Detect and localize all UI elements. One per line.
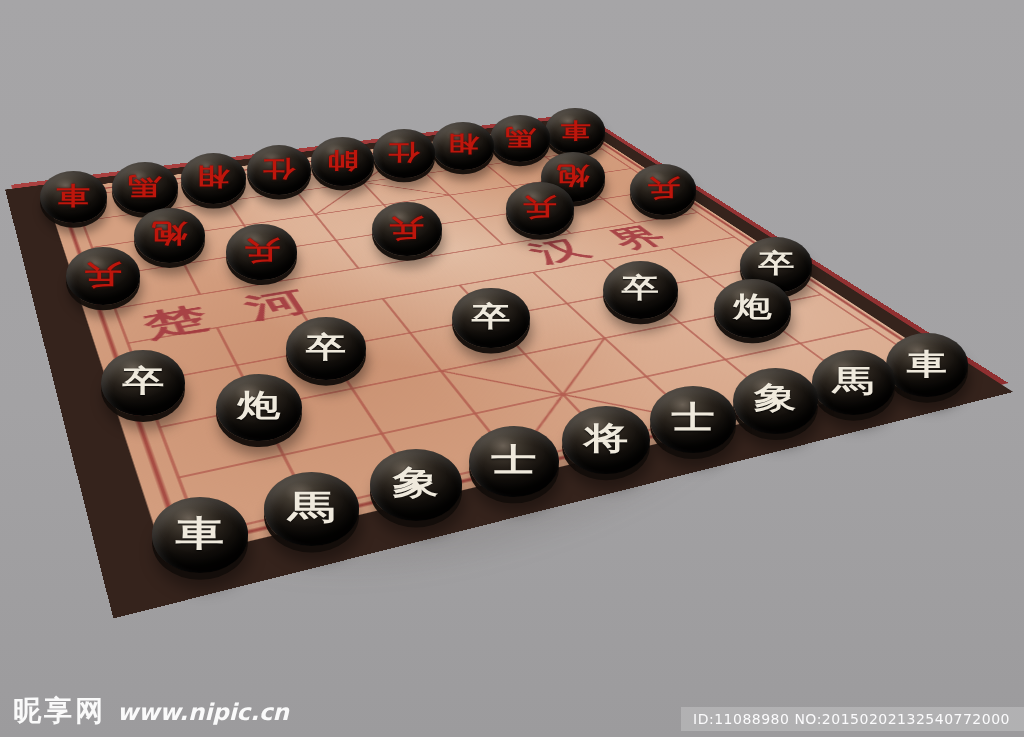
piece-red-cannon: 炮 <box>134 208 205 263</box>
piece-character: 卒 <box>758 250 794 276</box>
piece-red-soldier: 兵 <box>372 202 442 256</box>
piece-red-advisor: 仕 <box>373 129 435 178</box>
piece-character: 車 <box>907 349 948 378</box>
piece-character: 兵 <box>523 195 557 219</box>
piece-character: 士 <box>672 402 715 433</box>
pieces-layer: 車馬相仕帥仕相馬車炮炮兵兵兵兵兵卒卒卒卒卒炮炮車馬象士将士象馬車 <box>0 0 1024 737</box>
piece-red-elephant: 相 <box>181 153 246 204</box>
piece-character: 炮 <box>237 390 280 421</box>
piece-character: 車 <box>56 184 90 208</box>
scene-background: 楚河 汉界 車馬相仕帥仕相馬車炮炮兵兵兵兵兵卒卒卒卒卒炮炮車馬象士将士象馬車 昵… <box>0 0 1024 737</box>
piece-black-soldier: 卒 <box>603 261 678 319</box>
piece-black-chariot: 車 <box>886 333 967 396</box>
piece-character: 帥 <box>327 149 359 172</box>
piece-character: 炮 <box>152 222 187 247</box>
watermark-site-name: 昵享网 <box>13 692 106 730</box>
piece-character: 卒 <box>621 275 658 302</box>
piece-character: 相 <box>448 133 479 155</box>
piece-character: 兵 <box>244 237 280 263</box>
piece-black-elephant: 象 <box>733 368 818 434</box>
piece-character: 卒 <box>306 333 346 362</box>
piece-character: 馬 <box>128 174 161 198</box>
watermark-site-url: www.nipic.cn <box>117 699 289 725</box>
piece-red-soldier: 兵 <box>630 164 695 215</box>
piece-character: 将 <box>584 422 628 454</box>
piece-character: 炮 <box>557 164 589 187</box>
piece-black-cannon: 炮 <box>714 279 790 339</box>
piece-black-advisor: 士 <box>650 386 736 453</box>
piece-character: 士 <box>491 444 536 477</box>
piece-black-horse: 馬 <box>812 350 895 415</box>
piece-red-soldier: 兵 <box>66 247 140 305</box>
watermark-site: 昵享网 www.nipic.cn <box>13 692 289 730</box>
piece-character: 馬 <box>288 490 335 524</box>
piece-black-advisor: 士 <box>469 426 559 496</box>
piece-black-soldier: 卒 <box>452 288 530 349</box>
piece-character: 車 <box>176 516 224 551</box>
piece-black-soldier: 卒 <box>286 317 367 380</box>
piece-red-horse: 馬 <box>112 162 178 214</box>
watermark-id-badge: ID:11088980 NO:20150202132540772000 <box>681 707 1024 731</box>
piece-red-soldier: 兵 <box>226 224 298 280</box>
piece-character: 卒 <box>471 302 510 330</box>
piece-red-soldier: 兵 <box>506 182 573 235</box>
piece-black-elephant: 象 <box>370 449 462 521</box>
piece-black-horse: 馬 <box>264 472 359 546</box>
piece-red-horse: 馬 <box>490 115 551 162</box>
piece-black-cannon: 炮 <box>216 374 302 441</box>
piece-black-general: 将 <box>562 406 650 475</box>
piece-character: 象 <box>754 384 796 414</box>
piece-character: 車 <box>560 119 590 141</box>
piece-red-chariot: 車 <box>545 108 605 155</box>
piece-black-soldier: 卒 <box>101 350 185 416</box>
piece-red-advisor: 仕 <box>247 145 311 195</box>
piece-red-chariot: 車 <box>40 171 107 223</box>
piece-character: 兵 <box>647 176 680 200</box>
piece-red-elephant: 相 <box>432 122 494 170</box>
piece-character: 相 <box>197 166 230 189</box>
piece-character: 仕 <box>388 141 419 163</box>
piece-character: 卒 <box>122 366 164 396</box>
piece-character: 炮 <box>733 293 771 321</box>
piece-red-general: 帥 <box>311 137 374 186</box>
piece-character: 兵 <box>84 261 121 288</box>
piece-character: 兵 <box>389 215 424 240</box>
piece-character: 仕 <box>263 157 295 180</box>
piece-black-chariot: 車 <box>152 497 249 573</box>
piece-character: 馬 <box>505 126 535 148</box>
piece-character: 馬 <box>833 366 874 396</box>
piece-character: 象 <box>393 466 439 499</box>
